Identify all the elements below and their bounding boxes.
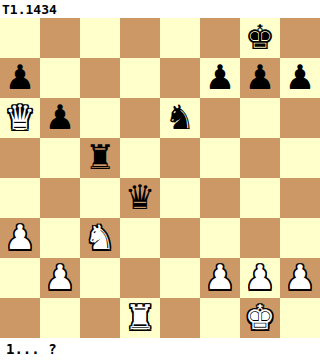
white-pawn-piece[interactable]: ♟ (205, 258, 235, 297)
square-g3[interactable] (240, 218, 280, 258)
square-e1[interactable] (160, 298, 200, 338)
black-rook-piece[interactable]: ♜ (85, 138, 115, 177)
square-e8[interactable] (160, 18, 200, 58)
black-knight-piece[interactable]: ♞ (165, 98, 195, 137)
square-h2[interactable]: ♟ (280, 258, 320, 298)
square-b1[interactable] (40, 298, 80, 338)
square-d4[interactable]: ♛ (120, 178, 160, 218)
square-b2[interactable]: ♟ (40, 258, 80, 298)
chess-board: ♚♟♟♟♟♛♟♞♜♛♟♞♟♟♟♟♜♚ (0, 18, 320, 338)
square-g5[interactable] (240, 138, 280, 178)
square-g2[interactable]: ♟ (240, 258, 280, 298)
square-e2[interactable] (160, 258, 200, 298)
white-knight-piece[interactable]: ♞ (85, 218, 115, 257)
white-pawn-piece[interactable]: ♟ (245, 258, 275, 297)
square-e7[interactable] (160, 58, 200, 98)
square-f8[interactable] (200, 18, 240, 58)
square-h3[interactable] (280, 218, 320, 258)
square-g7[interactable]: ♟ (240, 58, 280, 98)
square-d2[interactable] (120, 258, 160, 298)
square-b8[interactable] (40, 18, 80, 58)
square-h6[interactable] (280, 98, 320, 138)
white-pawn-piece[interactable]: ♟ (285, 258, 315, 297)
square-d3[interactable] (120, 218, 160, 258)
square-d5[interactable] (120, 138, 160, 178)
square-d8[interactable] (120, 18, 160, 58)
puzzle-window: T1.1434 ♚♟♟♟♟♛♟♞♜♛♟♞♟♟♟♟♜♚ 1... ? (0, 0, 320, 360)
square-c1[interactable] (80, 298, 120, 338)
puzzle-title: T1.1434 (0, 2, 57, 17)
square-e3[interactable] (160, 218, 200, 258)
square-c5[interactable]: ♜ (80, 138, 120, 178)
square-c4[interactable] (80, 178, 120, 218)
square-b6[interactable]: ♟ (40, 98, 80, 138)
square-f2[interactable]: ♟ (200, 258, 240, 298)
square-f7[interactable]: ♟ (200, 58, 240, 98)
square-a4[interactable] (0, 178, 40, 218)
square-g4[interactable] (240, 178, 280, 218)
square-d1[interactable]: ♜ (120, 298, 160, 338)
black-pawn-piece[interactable]: ♟ (45, 98, 75, 137)
black-queen-piece[interactable]: ♛ (125, 178, 155, 217)
square-h4[interactable] (280, 178, 320, 218)
square-a5[interactable] (0, 138, 40, 178)
square-a8[interactable] (0, 18, 40, 58)
square-h7[interactable]: ♟ (280, 58, 320, 98)
square-d7[interactable] (120, 58, 160, 98)
square-h5[interactable] (280, 138, 320, 178)
square-f1[interactable] (200, 298, 240, 338)
square-a7[interactable]: ♟ (0, 58, 40, 98)
black-pawn-piece[interactable]: ♟ (245, 58, 275, 97)
move-prompt: 1... ? (0, 341, 57, 357)
square-g8[interactable]: ♚ (240, 18, 280, 58)
square-h8[interactable] (280, 18, 320, 58)
square-d6[interactable] (120, 98, 160, 138)
black-pawn-piece[interactable]: ♟ (205, 58, 235, 97)
square-f5[interactable] (200, 138, 240, 178)
square-g1[interactable]: ♚ (240, 298, 280, 338)
square-c2[interactable] (80, 258, 120, 298)
square-f6[interactable] (200, 98, 240, 138)
square-b5[interactable] (40, 138, 80, 178)
black-pawn-piece[interactable]: ♟ (285, 58, 315, 97)
square-c7[interactable] (80, 58, 120, 98)
square-a1[interactable] (0, 298, 40, 338)
white-rook-piece[interactable]: ♜ (125, 298, 155, 337)
black-pawn-piece[interactable]: ♟ (5, 58, 35, 97)
square-c8[interactable] (80, 18, 120, 58)
white-pawn-piece[interactable]: ♟ (5, 218, 35, 257)
square-c6[interactable] (80, 98, 120, 138)
square-a6[interactable]: ♛ (0, 98, 40, 138)
white-king-piece[interactable]: ♚ (245, 298, 275, 337)
square-c3[interactable]: ♞ (80, 218, 120, 258)
square-g6[interactable] (240, 98, 280, 138)
square-f3[interactable] (200, 218, 240, 258)
square-a2[interactable] (0, 258, 40, 298)
white-queen-piece[interactable]: ♛ (5, 98, 35, 137)
white-pawn-piece[interactable]: ♟ (45, 258, 75, 297)
black-king-piece[interactable]: ♚ (245, 18, 275, 57)
title-bar: T1.1434 (0, 0, 320, 18)
square-e6[interactable]: ♞ (160, 98, 200, 138)
square-b4[interactable] (40, 178, 80, 218)
square-e5[interactable] (160, 138, 200, 178)
square-f4[interactable] (200, 178, 240, 218)
square-e4[interactable] (160, 178, 200, 218)
square-b7[interactable] (40, 58, 80, 98)
prompt-bar: 1... ? (0, 338, 320, 360)
square-a3[interactable]: ♟ (0, 218, 40, 258)
square-h1[interactable] (280, 298, 320, 338)
square-b3[interactable] (40, 218, 80, 258)
